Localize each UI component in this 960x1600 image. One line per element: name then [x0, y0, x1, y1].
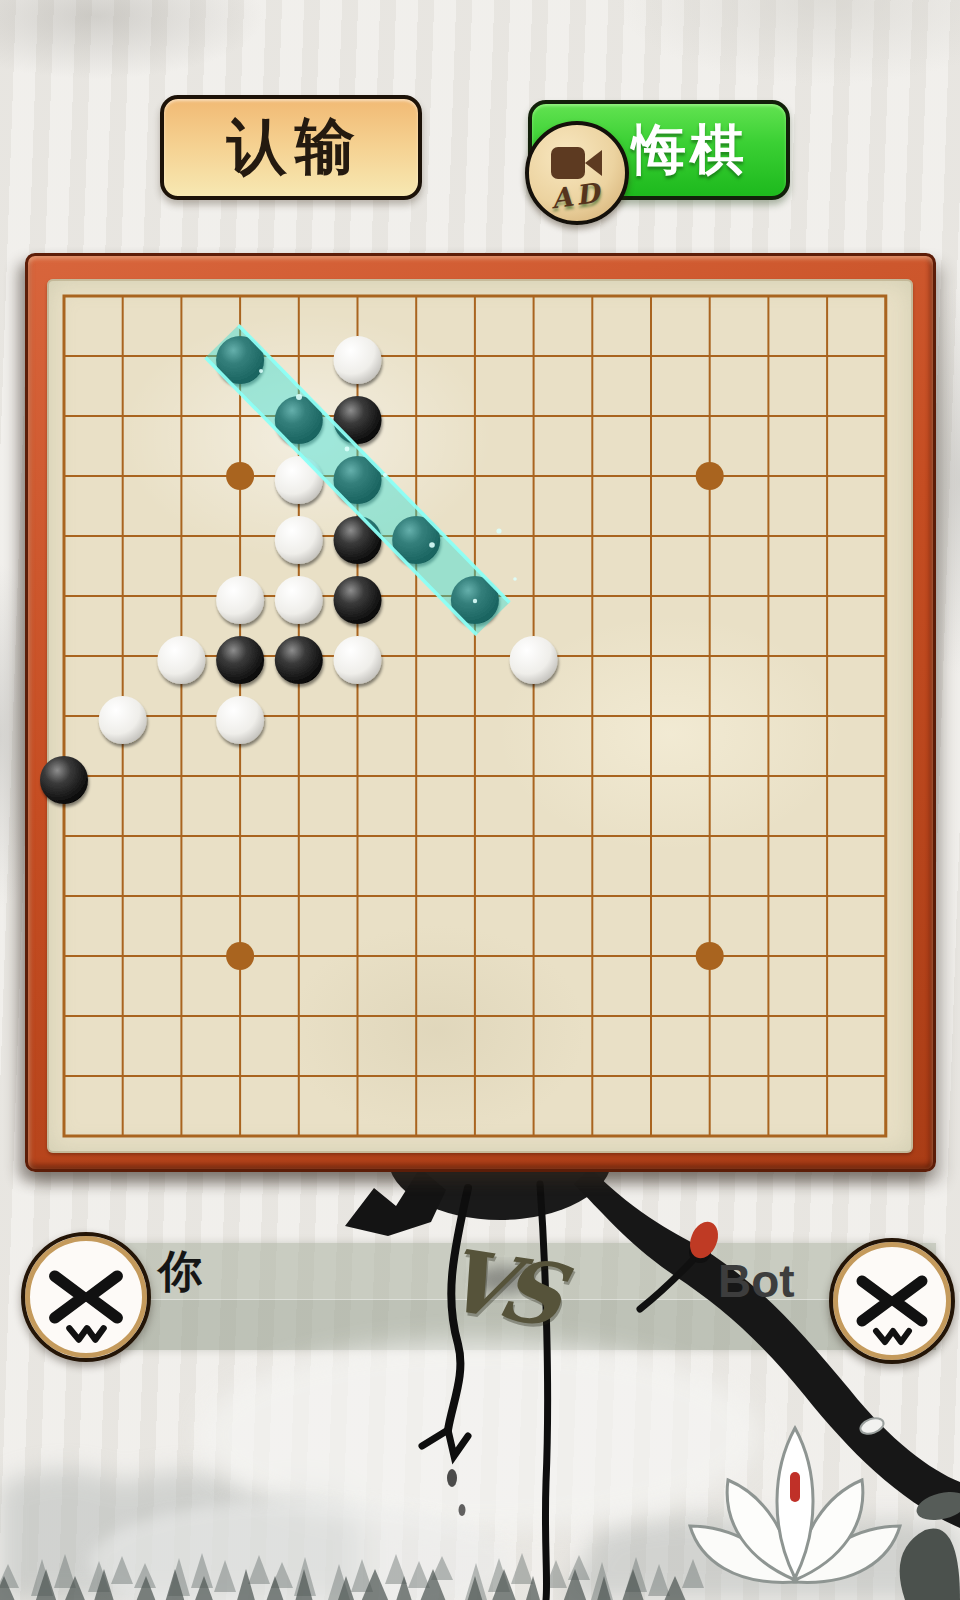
player-left-name: 你	[158, 1242, 202, 1301]
player-left-avatar	[21, 1232, 151, 1362]
board[interactable]	[47, 279, 913, 1153]
white-stone	[334, 636, 382, 684]
crane-ink-painting	[345, 1130, 960, 1600]
black-stone	[40, 756, 88, 804]
resign-button-label: 认输	[227, 107, 363, 188]
pine-forest	[0, 1553, 704, 1600]
undo-button[interactable]: 悔棋 AD	[528, 100, 790, 200]
ink-rocks	[900, 1528, 960, 1600]
white-stone	[216, 696, 264, 744]
ad-badge[interactable]: AD	[525, 121, 629, 225]
ad-badge-label: AD	[549, 178, 605, 212]
board-grid-and-stones	[47, 279, 913, 1153]
squint-face-icon	[34, 1245, 138, 1349]
board-grid	[64, 296, 886, 1136]
player-right-avatar	[829, 1238, 955, 1364]
black-stone	[216, 636, 264, 684]
mountain-wash	[0, 1340, 960, 1600]
white-stone	[99, 696, 147, 744]
player-right-name: Bot	[718, 1254, 795, 1308]
lotus-flower	[690, 1415, 960, 1600]
black-stone	[275, 636, 323, 684]
white-stone	[334, 336, 382, 384]
white-stone	[510, 636, 558, 684]
undo-button-label: 悔棋	[632, 114, 748, 187]
white-stone	[157, 636, 205, 684]
black-stone	[334, 576, 382, 624]
ink-painting-background	[0, 1130, 960, 1600]
white-stone	[216, 576, 264, 624]
white-stone	[275, 516, 323, 564]
board-frame	[25, 253, 936, 1172]
white-stone	[275, 576, 323, 624]
versus-calligraphy: VS	[419, 1234, 577, 1340]
squint-face-icon	[842, 1251, 942, 1351]
game-screen: 认输 悔棋 AD	[0, 0, 960, 1600]
resign-button[interactable]: 认输	[160, 95, 422, 200]
lotus-red-stamen	[790, 1472, 800, 1502]
